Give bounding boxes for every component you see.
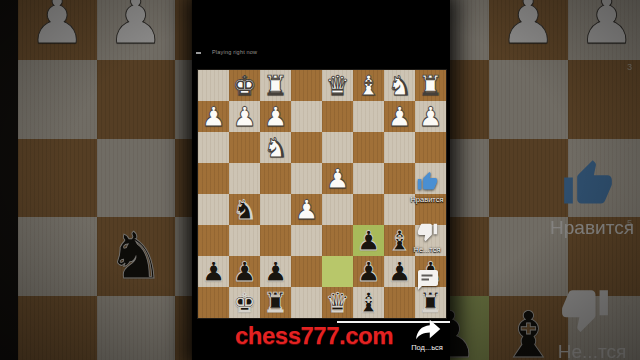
square-g2: ♟ [97, 0, 176, 60]
square-g2[interactable]: ♟ [229, 101, 260, 132]
square-g4 [97, 139, 176, 218]
square-a2: ♟ [568, 0, 640, 60]
share-button[interactable] [413, 316, 443, 342]
square-f1[interactable]: ♜ [260, 70, 291, 101]
square-h1[interactable] [198, 70, 229, 101]
square-e7[interactable] [291, 256, 322, 287]
square-g3[interactable] [229, 132, 260, 163]
piece-h7: ♟ [201, 256, 225, 287]
square-a1[interactable]: ♜ [415, 70, 446, 101]
square-g8[interactable]: ♚ [229, 287, 260, 318]
shorts-screen: ♚♜♛♝♞♜♟♟♟♟♟♞♟♞♟♟♝♟♟♟♟♟♟♚♜♛♝♜ 3456 Нравит… [0, 0, 640, 360]
piece-a2: ♟ [418, 101, 442, 132]
square-h2: ♟ [18, 0, 97, 60]
square-d4[interactable]: ♟ [322, 163, 353, 194]
square-d8[interactable]: ♛ [322, 287, 353, 318]
square-f4[interactable] [260, 163, 291, 194]
piece-d8: ♛ [325, 287, 349, 318]
square-e1[interactable] [291, 70, 322, 101]
like-label: Нравится [397, 195, 457, 204]
square-h7[interactable]: ♟ [198, 256, 229, 287]
square-e4[interactable] [291, 163, 322, 194]
square-b3[interactable] [384, 132, 415, 163]
square-c1[interactable]: ♝ [353, 70, 384, 101]
piece-a2: ♟ [578, 0, 635, 60]
square-b4[interactable] [384, 163, 415, 194]
piece-h2: ♟ [29, 0, 86, 60]
piece-f7: ♟ [263, 256, 287, 287]
square-b1[interactable]: ♞ [384, 70, 415, 101]
piece-f8: ♜ [263, 287, 287, 318]
square-g5[interactable]: ♞ [229, 194, 260, 225]
square-d2[interactable] [322, 101, 353, 132]
square-c3[interactable] [353, 132, 384, 163]
status-dash-icon [196, 52, 201, 54]
square-d5[interactable] [322, 194, 353, 225]
square-g6[interactable] [229, 225, 260, 256]
square-f6[interactable] [260, 225, 291, 256]
piece-b7: ♟ [387, 256, 411, 287]
square-h2[interactable]: ♟ [198, 101, 229, 132]
square-h3 [18, 60, 97, 139]
square-c8[interactable]: ♝ [353, 287, 384, 318]
square-a2[interactable]: ♟ [415, 101, 446, 132]
square-c6[interactable]: ♟ [353, 225, 384, 256]
piece-f2: ♟ [263, 101, 287, 132]
square-c5[interactable] [353, 194, 384, 225]
dislike-button[interactable] [417, 220, 438, 243]
background-left-edge [0, 0, 18, 360]
piece-f3: ♞ [263, 132, 287, 163]
square-e2[interactable] [291, 101, 322, 132]
square-f8[interactable]: ♜ [260, 287, 291, 318]
piece-e5: ♟ [294, 194, 318, 225]
square-f2[interactable]: ♟ [260, 101, 291, 132]
piece-g2: ♟ [232, 101, 256, 132]
piece-f1: ♜ [263, 70, 287, 101]
background-dislike-icon [560, 284, 610, 334]
square-h4[interactable] [198, 163, 229, 194]
piece-b2: ♟ [500, 0, 557, 60]
piece-c6: ♟ [356, 225, 380, 256]
piece-g8: ♚ [232, 287, 256, 318]
square-h3[interactable] [198, 132, 229, 163]
square-b2: ♟ [489, 0, 568, 60]
square-e6[interactable] [291, 225, 322, 256]
chess-board: ♚♜♛♝♞♜♟♟♟♟♟♞♟♞♟♟♝♟♟♟♟♟♟♚♜♛♝♜ [198, 70, 446, 318]
piece-c1: ♝ [356, 70, 380, 101]
dislike-label: Не...тся [397, 245, 457, 254]
background-rank-label-4: 4 [627, 140, 639, 150]
subscribe-label: Под...ься [397, 343, 457, 352]
square-f3[interactable]: ♞ [260, 132, 291, 163]
comment-button[interactable] [416, 267, 440, 293]
square-d3[interactable] [322, 132, 353, 163]
square-g4[interactable] [229, 163, 260, 194]
piece-a1: ♜ [418, 70, 442, 101]
square-h5 [18, 217, 97, 296]
like-button[interactable] [417, 170, 438, 193]
piece-c8: ♝ [356, 287, 380, 318]
background-rank-label-6: 6 [627, 297, 639, 307]
piece-g2: ♟ [107, 0, 164, 60]
piece-d1: ♛ [325, 70, 349, 101]
square-b2[interactable]: ♟ [384, 101, 415, 132]
square-a3[interactable] [415, 132, 446, 163]
square-c2[interactable] [353, 101, 384, 132]
square-h5[interactable] [198, 194, 229, 225]
piece-g1: ♚ [232, 70, 256, 101]
piece-g5: ♞ [107, 217, 164, 296]
square-d7[interactable] [322, 256, 353, 287]
square-g6 [97, 296, 176, 360]
square-h6[interactable] [198, 225, 229, 256]
square-g5: ♞ [97, 217, 176, 296]
square-e3[interactable] [291, 132, 322, 163]
background-like-icon [562, 158, 614, 210]
status-text: Playing right now [212, 49, 257, 55]
square-g7[interactable]: ♟ [229, 256, 260, 287]
square-b3 [489, 60, 568, 139]
square-c7[interactable]: ♟ [353, 256, 384, 287]
square-e5[interactable]: ♟ [291, 194, 322, 225]
square-d6[interactable] [322, 225, 353, 256]
piece-b1: ♞ [387, 70, 411, 101]
square-g1[interactable]: ♚ [229, 70, 260, 101]
square-b4 [489, 139, 568, 218]
square-f7[interactable]: ♟ [260, 256, 291, 287]
piece-g7: ♟ [232, 256, 256, 287]
video-panel: Playing right now ♚♜♛♝♞♜♟♟♟♟♟♞♟♞♟♟♝♟♟♟♟♟… [192, 0, 450, 360]
piece-g5: ♞ [232, 194, 256, 225]
square-h6 [18, 296, 97, 360]
piece-b2: ♟ [387, 101, 411, 132]
square-g3 [97, 60, 176, 139]
background-dislike-label: Не...тся [537, 341, 640, 360]
square-d1[interactable]: ♛ [322, 70, 353, 101]
square-h8[interactable] [198, 287, 229, 318]
square-f5[interactable] [260, 194, 291, 225]
square-c4[interactable] [353, 163, 384, 194]
background-like-label: Нравится [537, 217, 640, 239]
square-e8[interactable] [291, 287, 322, 318]
piece-d4: ♟ [325, 163, 349, 194]
piece-c7: ♟ [356, 256, 380, 287]
square-b7[interactable]: ♟ [384, 256, 415, 287]
background-rank-label-3: 3 [627, 62, 639, 72]
square-b8[interactable] [384, 287, 415, 318]
square-h4 [18, 139, 97, 218]
piece-h2: ♟ [201, 101, 225, 132]
